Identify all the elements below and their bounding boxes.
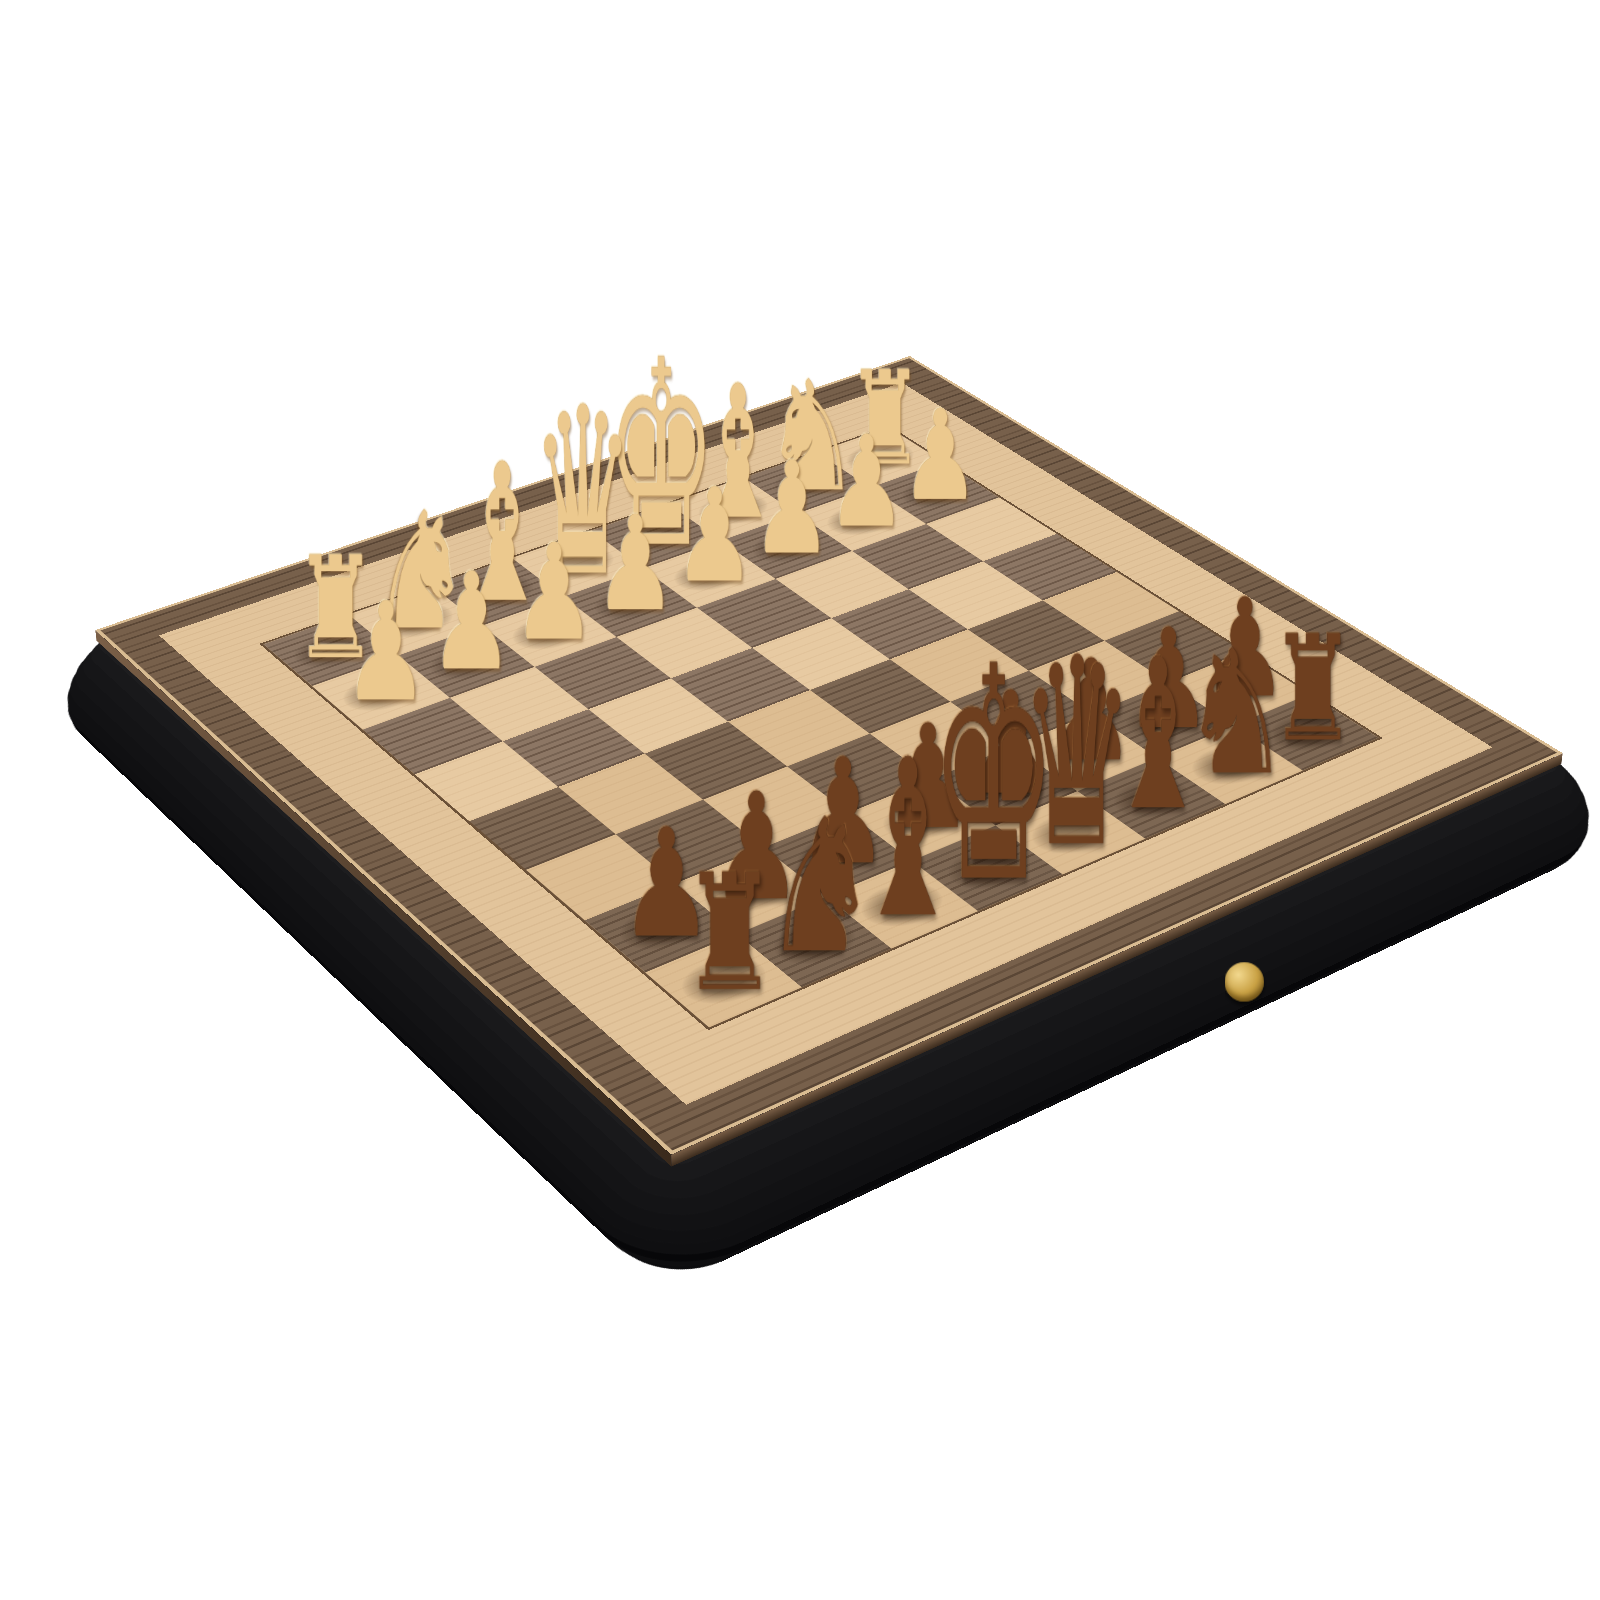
chess-board: ♜♞♝♛♚♝♞♜♟♟♟♟♟♟♟♟♟♟♟♟♟♟♟♟♜♞♝♚♛♝♞♜: [95, 356, 1563, 1155]
piece-light-pawn[interactable]: ♟: [343, 591, 428, 713]
walnut-border: ♜♞♝♛♚♝♞♜♟♟♟♟♟♟♟♟♟♟♟♟♟♟♟♟♜♞♝♚♛♝♞♜: [95, 356, 1563, 1155]
piece-light-pawn[interactable]: ♟: [752, 451, 832, 566]
square-r3c4: [752, 618, 889, 690]
piece-dark-knight[interactable]: ♞: [762, 804, 878, 970]
piece-light-pawn[interactable]: ♟: [595, 505, 677, 623]
scene-3d: ♜♞♝♛♚♝♞♜♟♟♟♟♟♟♟♟♟♟♟♟♟♟♟♟♜♞♝♚♛♝♞♜: [0, 0, 1600, 1600]
piece-light-pawn[interactable]: ♟: [827, 425, 906, 538]
piece-light-pawn[interactable]: ♟: [674, 477, 755, 593]
drawer-knob[interactable]: [1225, 962, 1264, 1001]
piece-light-pawn[interactable]: ♟: [513, 533, 596, 652]
piece-light-pawn[interactable]: ♟: [429, 561, 513, 682]
piece-light-pawn[interactable]: ♟: [901, 399, 979, 511]
product-photo: ♜♞♝♛♚♝♞♜♟♟♟♟♟♟♟♟♟♟♟♟♟♟♟♟♜♞♝♚♛♝♞♜: [0, 0, 1600, 1600]
square-r2c0: [363, 698, 503, 775]
square-r7c0: ♜: [646, 934, 802, 1027]
piece-dark-rook[interactable]: ♜: [682, 861, 777, 1006]
